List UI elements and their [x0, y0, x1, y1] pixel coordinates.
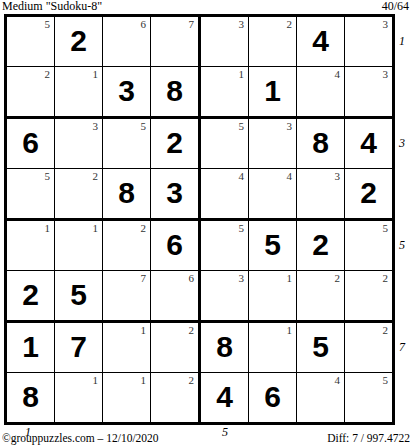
digit: 8: [216, 332, 233, 364]
cell-r1c5[interactable]: 3: [201, 17, 249, 67]
cell-r4c2[interactable]: 2: [55, 169, 103, 221]
cell-counter: 40/64: [382, 0, 409, 14]
cell-r2c8[interactable]: 3: [345, 67, 392, 119]
puzzle-title: Medium "Sudoku-8": [2, 0, 102, 14]
cell-r4c7[interactable]: 3: [297, 169, 345, 221]
pencil-mark: 3: [93, 120, 99, 132]
cell-r1c4[interactable]: 7: [151, 17, 201, 67]
pencil-mark: 5: [383, 374, 389, 386]
pencil-mark: 1: [93, 374, 99, 386]
digit: 5: [312, 332, 329, 364]
cell-r1c6[interactable]: 2: [249, 17, 297, 67]
pencil-mark: 5: [239, 222, 245, 234]
digit: 1: [22, 332, 39, 364]
pencil-mark: 2: [335, 272, 341, 284]
cell-r7c3[interactable]: 1: [103, 323, 151, 373]
cell-r5c8[interactable]: 5: [345, 221, 392, 271]
cell-r4c1[interactable]: 5: [7, 169, 55, 221]
cell-r8c8[interactable]: 5: [345, 373, 392, 422]
cell-r2c5[interactable]: 1: [201, 67, 249, 119]
pencil-mark: 3: [383, 18, 389, 30]
cell-r8c2[interactable]: 1: [55, 373, 103, 422]
cell-r7c6[interactable]: 1: [249, 323, 297, 373]
cell-r3c6[interactable]: 3: [249, 119, 297, 169]
digit: 8: [166, 76, 183, 108]
cell-r8c1[interactable]: 8: [7, 373, 55, 422]
cell-r3c4[interactable]: 2: [151, 119, 201, 169]
pencil-mark: 5: [383, 222, 389, 234]
pencil-mark: 4: [335, 374, 341, 386]
col-label-5: 5: [201, 425, 249, 440]
cell-r7c1[interactable]: 1: [7, 323, 55, 373]
row-label-7: 7: [399, 323, 411, 372]
pencil-mark: 4: [239, 170, 245, 182]
pencil-mark: 5: [45, 170, 51, 182]
digit: 6: [22, 128, 39, 160]
cell-r8c3[interactable]: 1: [103, 373, 151, 422]
cell-r1c8[interactable]: 3: [345, 17, 392, 67]
cell-r5c5[interactable]: 5: [201, 221, 249, 271]
pencil-mark: 2: [383, 272, 389, 284]
cell-r5c2[interactable]: 1: [55, 221, 103, 271]
pencil-mark: 1: [287, 272, 293, 284]
cell-r7c4[interactable]: 2: [151, 323, 201, 373]
cell-r3c5[interactable]: 5: [201, 119, 249, 169]
cell-r6c8[interactable]: 2: [345, 271, 392, 323]
cell-r7c7[interactable]: 5: [297, 323, 345, 373]
pencil-mark: 1: [141, 374, 147, 386]
pencil-mark: 2: [93, 170, 99, 182]
cell-r5c7[interactable]: 2: [297, 221, 345, 271]
row-label-1: 1: [399, 17, 411, 66]
cell-r2c7[interactable]: 4: [297, 67, 345, 119]
cell-r1c3[interactable]: 6: [103, 17, 151, 67]
cell-r1c1[interactable]: 5: [7, 17, 55, 67]
pencil-mark: 1: [287, 324, 293, 336]
cell-r6c2[interactable]: 5: [55, 271, 103, 323]
cell-r1c7[interactable]: 4: [297, 17, 345, 67]
pencil-mark: 1: [93, 68, 99, 80]
pencil-mark: 5: [239, 120, 245, 132]
pencil-mark: 3: [239, 18, 245, 30]
pencil-mark: 5: [141, 120, 147, 132]
cell-r2c2[interactable]: 1: [55, 67, 103, 119]
cell-r6c3[interactable]: 7: [103, 271, 151, 323]
pencil-mark: 7: [141, 272, 147, 284]
pencil-mark: 4: [287, 170, 293, 182]
digit: 8: [118, 178, 135, 210]
digit: 8: [22, 382, 39, 414]
cell-r4c3[interactable]: 8: [103, 169, 151, 221]
cell-r4c4[interactable]: 3: [151, 169, 201, 221]
digit: 4: [360, 128, 377, 160]
pencil-mark: 6: [141, 18, 147, 30]
digit: 6: [166, 230, 183, 262]
pencil-mark: 1: [141, 324, 147, 336]
cell-r6c7[interactable]: 2: [297, 271, 345, 323]
pencil-mark: 2: [189, 324, 195, 336]
cell-r2c3[interactable]: 3: [103, 67, 151, 119]
digit: 6: [264, 382, 281, 414]
cell-r2c6[interactable]: 1: [249, 67, 297, 119]
cell-r3c2[interactable]: 3: [55, 119, 103, 169]
pencil-mark: 2: [383, 324, 389, 336]
cell-r2c1[interactable]: 2: [7, 67, 55, 119]
cell-r3c1[interactable]: 6: [7, 119, 55, 169]
pencil-mark: 1: [93, 222, 99, 234]
pencil-mark: 7: [189, 18, 195, 30]
digit: 7: [70, 332, 87, 364]
difficulty-text: Diff: 7 / 997.4722: [327, 432, 410, 444]
cell-r2c4[interactable]: 8: [151, 67, 201, 119]
cell-r6c6[interactable]: 1: [249, 271, 297, 323]
cell-r6c5[interactable]: 3: [201, 271, 249, 323]
cell-r4c8[interactable]: 2: [345, 169, 392, 221]
cell-r4c5[interactable]: 4: [201, 169, 249, 221]
digit: 3: [166, 178, 183, 210]
board: 5267324321381143635253845283443211265525…: [4, 14, 395, 425]
copyright-text: ©grouppuzzles.com – 12/10/2020: [2, 432, 159, 444]
row-label-5: 5: [399, 221, 411, 270]
digit: 2: [360, 178, 377, 210]
pencil-mark: 3: [383, 68, 389, 80]
digit: 1: [264, 76, 281, 108]
cell-r8c5[interactable]: 4: [201, 373, 249, 422]
cell-r8c4[interactable]: 2: [151, 373, 201, 422]
digit: 4: [216, 382, 233, 414]
pencil-mark: 2: [141, 222, 147, 234]
cell-r3c3[interactable]: 5: [103, 119, 151, 169]
pencil-mark: 3: [335, 170, 341, 182]
pencil-mark: 1: [45, 222, 51, 234]
digit: 2: [70, 26, 87, 58]
digit: 4: [312, 26, 329, 58]
digit: 2: [22, 280, 39, 312]
pencil-mark: 1: [239, 68, 245, 80]
digit: 2: [166, 128, 183, 160]
cell-r7c5[interactable]: 8: [201, 323, 249, 373]
digit: 5: [264, 230, 281, 262]
digit: 3: [118, 76, 135, 108]
pencil-mark: 3: [239, 272, 245, 284]
cell-r3c8[interactable]: 4: [345, 119, 392, 169]
cell-r5c1[interactable]: 1: [7, 221, 55, 271]
cell-r7c2[interactable]: 7: [55, 323, 103, 373]
cell-r5c4[interactable]: 6: [151, 221, 201, 271]
pencil-mark: 6: [189, 272, 195, 284]
cell-r7c8[interactable]: 2: [345, 323, 392, 373]
pencil-mark: 3: [287, 120, 293, 132]
digit: 2: [312, 230, 329, 262]
cell-r4c6[interactable]: 4: [249, 169, 297, 221]
cell-r1c2[interactable]: 2: [55, 17, 103, 67]
cell-r5c3[interactable]: 2: [103, 221, 151, 271]
pencil-mark: 5: [45, 18, 51, 30]
cell-r6c4[interactable]: 6: [151, 271, 201, 323]
digit: 8: [312, 128, 329, 160]
pencil-mark: 2: [287, 18, 293, 30]
cell-r8c7[interactable]: 4: [297, 373, 345, 422]
cell-r6c1[interactable]: 2: [7, 271, 55, 323]
pencil-mark: 2: [189, 374, 195, 386]
pencil-mark: 2: [45, 68, 51, 80]
row-label-3: 3: [399, 119, 411, 168]
digit: 5: [70, 280, 87, 312]
cell-r5c6[interactable]: 5: [249, 221, 297, 271]
cell-r8c6[interactable]: 6: [249, 373, 297, 422]
cell-r3c7[interactable]: 8: [297, 119, 345, 169]
pencil-mark: 4: [335, 68, 341, 80]
